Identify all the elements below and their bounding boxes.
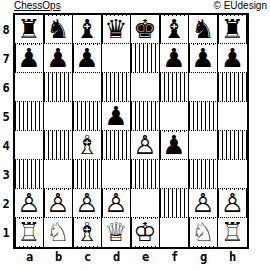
square-h5[interactable] xyxy=(218,102,247,131)
black-pawn[interactable]: ♟ xyxy=(161,45,186,72)
square-f8[interactable]: ♝ xyxy=(160,15,189,44)
black-bishop[interactable]: ♝ xyxy=(161,16,186,43)
square-f6[interactable] xyxy=(160,73,189,102)
file-label-b: b xyxy=(44,250,73,264)
square-d2[interactable]: ♙ xyxy=(102,189,131,218)
white-pawn[interactable]: ♙ xyxy=(45,190,70,217)
square-e8[interactable]: ♚ xyxy=(131,15,160,44)
square-a5[interactable] xyxy=(15,102,44,131)
black-king[interactable]: ♚ xyxy=(132,16,157,43)
white-pawn[interactable]: ♙ xyxy=(16,190,41,217)
square-h3[interactable] xyxy=(218,160,247,189)
black-pawn[interactable]: ♟ xyxy=(220,45,245,72)
square-b2[interactable]: ♙ xyxy=(44,189,73,218)
square-g7[interactable]: ♟ xyxy=(189,44,218,73)
chess-board[interactable]: ♜♞♝♛♚♝♞♜♟♟♟♟♟♟♟♗♙♟♙♙♙♙♙♙♖♘♗♕♔♘♖ xyxy=(13,13,249,249)
square-e7[interactable] xyxy=(131,44,160,73)
square-b5[interactable] xyxy=(44,102,73,131)
white-pawn[interactable]: ♙ xyxy=(103,190,128,217)
rank-label-7: 7 xyxy=(0,44,12,73)
square-b7[interactable]: ♟ xyxy=(44,44,73,73)
square-d7[interactable] xyxy=(102,44,131,73)
black-rook[interactable]: ♜ xyxy=(220,16,245,43)
square-g3[interactable] xyxy=(189,160,218,189)
copyright-credit: © EUdesign xyxy=(213,0,267,12)
square-d6[interactable] xyxy=(102,73,131,102)
square-a7[interactable]: ♟ xyxy=(15,44,44,73)
black-pawn[interactable]: ♟ xyxy=(16,45,41,72)
white-pawn[interactable]: ♙ xyxy=(220,190,245,217)
square-c7[interactable]: ♟ xyxy=(73,44,102,73)
white-bishop[interactable]: ♗ xyxy=(74,219,99,246)
rank-label-3: 3 xyxy=(0,160,12,189)
square-c6[interactable] xyxy=(73,73,102,102)
square-h7[interactable]: ♟ xyxy=(218,44,247,73)
square-c3[interactable] xyxy=(73,160,102,189)
square-f5[interactable] xyxy=(160,102,189,131)
file-label-a: a xyxy=(15,250,44,264)
square-e4[interactable]: ♙ xyxy=(131,131,160,160)
black-knight[interactable]: ♞ xyxy=(190,16,215,43)
square-g8[interactable]: ♞ xyxy=(189,15,218,44)
black-bishop[interactable]: ♝ xyxy=(74,16,99,43)
file-label-g: g xyxy=(189,250,218,264)
square-c4[interactable]: ♗ xyxy=(73,131,102,160)
square-f7[interactable]: ♟ xyxy=(160,44,189,73)
square-d8[interactable]: ♛ xyxy=(102,15,131,44)
square-a4[interactable] xyxy=(15,131,44,160)
black-pawn[interactable]: ♟ xyxy=(45,45,70,72)
square-d5[interactable]: ♟ xyxy=(102,102,131,131)
square-h2[interactable]: ♙ xyxy=(218,189,247,218)
white-pawn[interactable]: ♙ xyxy=(190,190,215,217)
square-b4[interactable] xyxy=(44,131,73,160)
rank-label-1: 1 xyxy=(0,218,12,247)
black-pawn[interactable]: ♟ xyxy=(161,132,186,159)
white-pawn[interactable]: ♙ xyxy=(74,190,99,217)
square-d4[interactable] xyxy=(102,131,131,160)
rank-label-6: 6 xyxy=(0,73,12,102)
file-label-e: e xyxy=(131,250,160,264)
square-b8[interactable]: ♞ xyxy=(44,15,73,44)
square-f4[interactable]: ♟ xyxy=(160,131,189,160)
rank-label-5: 5 xyxy=(0,102,12,131)
square-f1[interactable] xyxy=(160,218,189,247)
file-label-d: d xyxy=(102,250,131,264)
square-c5[interactable] xyxy=(73,102,102,131)
square-c8[interactable]: ♝ xyxy=(73,15,102,44)
square-b1[interactable]: ♘ xyxy=(44,218,73,247)
square-d1[interactable]: ♕ xyxy=(102,218,131,247)
black-knight[interactable]: ♞ xyxy=(45,16,70,43)
square-f2[interactable] xyxy=(160,189,189,218)
square-a2[interactable]: ♙ xyxy=(15,189,44,218)
square-a8[interactable]: ♜ xyxy=(15,15,44,44)
black-rook[interactable]: ♜ xyxy=(16,16,41,43)
square-e3[interactable] xyxy=(131,160,160,189)
file-label-h: h xyxy=(218,250,247,264)
white-king[interactable]: ♔ xyxy=(132,219,157,246)
square-a6[interactable] xyxy=(15,73,44,102)
square-e6[interactable] xyxy=(131,73,160,102)
rank-labels: 87654321 xyxy=(0,15,12,247)
app-title: ChessOps xyxy=(14,0,61,12)
square-g5[interactable] xyxy=(189,102,218,131)
white-bishop[interactable]: ♗ xyxy=(74,132,99,159)
white-pawn[interactable]: ♙ xyxy=(132,132,157,159)
white-queen[interactable]: ♕ xyxy=(103,219,128,246)
square-e1[interactable]: ♔ xyxy=(131,218,160,247)
file-label-c: c xyxy=(73,250,102,264)
square-g2[interactable]: ♙ xyxy=(189,189,218,218)
square-e5[interactable] xyxy=(131,102,160,131)
square-g4[interactable] xyxy=(189,131,218,160)
square-e2[interactable] xyxy=(131,189,160,218)
white-knight[interactable]: ♘ xyxy=(45,219,70,246)
square-h8[interactable]: ♜ xyxy=(218,15,247,44)
square-g1[interactable]: ♘ xyxy=(189,218,218,247)
rank-label-2: 2 xyxy=(0,189,12,218)
file-label-f: f xyxy=(160,250,189,264)
square-c2[interactable]: ♙ xyxy=(73,189,102,218)
black-pawn[interactable]: ♟ xyxy=(190,45,215,72)
square-a1[interactable]: ♖ xyxy=(15,218,44,247)
rank-label-4: 4 xyxy=(0,131,12,160)
white-rook[interactable]: ♖ xyxy=(16,219,41,246)
black-pawn[interactable]: ♟ xyxy=(103,103,128,130)
white-rook[interactable]: ♖ xyxy=(220,219,245,246)
square-c1[interactable]: ♗ xyxy=(73,218,102,247)
black-pawn[interactable]: ♟ xyxy=(74,45,99,72)
square-f3[interactable] xyxy=(160,160,189,189)
rank-label-8: 8 xyxy=(0,15,12,44)
square-h4[interactable] xyxy=(218,131,247,160)
square-a3[interactable] xyxy=(15,160,44,189)
white-knight[interactable]: ♘ xyxy=(190,219,215,246)
square-h6[interactable] xyxy=(218,73,247,102)
square-b3[interactable] xyxy=(44,160,73,189)
square-h1[interactable]: ♖ xyxy=(218,218,247,247)
square-g6[interactable] xyxy=(189,73,218,102)
header: ChessOps © EUdesign xyxy=(0,0,270,12)
square-b6[interactable] xyxy=(44,73,73,102)
file-labels: abcdefgh xyxy=(15,250,247,264)
square-d3[interactable] xyxy=(102,160,131,189)
black-queen[interactable]: ♛ xyxy=(103,16,128,43)
